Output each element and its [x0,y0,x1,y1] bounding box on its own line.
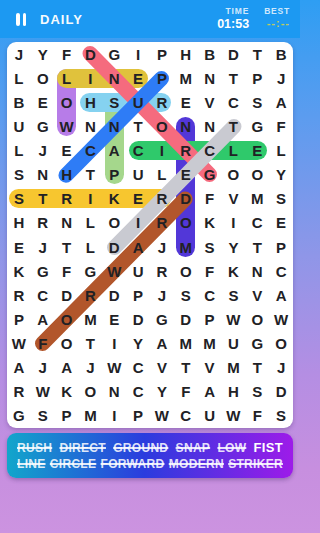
grid-cell[interactable]: J [79,356,103,380]
grid-cell[interactable]: G [31,259,55,283]
grid-cell[interactable]: G [245,114,269,138]
grid-cell[interactable]: C [245,211,269,235]
grid-cell[interactable]: E [245,139,269,163]
grid-cell[interactable]: C [79,139,103,163]
grid-cell[interactable]: P [126,283,150,307]
grid-cell[interactable]: M [174,332,198,356]
grid-cell[interactable]: T [222,114,246,138]
grid-cell[interactable]: D [269,380,293,404]
grid-cell[interactable]: M [174,235,198,259]
grid-cell[interactable]: M [79,404,103,428]
grid-cell[interactable]: J [269,66,293,90]
grid-cell[interactable]: O [269,332,293,356]
grid-cell[interactable]: P [126,404,150,428]
grid-cell[interactable]: N [245,259,269,283]
grid-cell[interactable]: I [126,42,150,66]
grid-cell[interactable]: Y [150,380,174,404]
grid-cell[interactable]: D [126,307,150,331]
grid-cell[interactable]: F [245,404,269,428]
grid-cell[interactable]: P [102,163,126,187]
grid-cell[interactable]: I [102,404,126,428]
letter-grid: JYFDGIPHBDTBLOLINEPMNTPJBEOHSUREVCSAUGWN… [7,42,293,428]
grid-cell[interactable]: M [245,187,269,211]
grid-cell[interactable]: S [7,187,31,211]
grid-cell[interactable]: W [222,404,246,428]
grid-cell[interactable]: D [102,235,126,259]
word-list-item-fist: FIST [254,440,283,455]
grid-cell[interactable]: O [55,307,79,331]
grid-cell[interactable]: J [269,356,293,380]
grid-cell[interactable]: P [150,66,174,90]
grid-cell[interactable]: T [174,356,198,380]
best-stat: BEST --:-- [264,6,290,32]
grid-cell[interactable]: W [102,259,126,283]
grid-cell[interactable]: J [31,356,55,380]
best-value: --:-- [267,17,290,31]
grid-cell[interactable]: O [55,90,79,114]
grid-cell[interactable]: S [245,380,269,404]
grid-cell[interactable]: K [7,259,31,283]
grid-cell[interactable]: D [174,307,198,331]
grid-cell[interactable]: O [245,307,269,331]
grid-cell[interactable]: A [102,139,126,163]
grid-cell[interactable]: M [174,66,198,90]
best-label: BEST [264,6,290,17]
grid-cell[interactable]: C [126,356,150,380]
grid-cell[interactable]: O [174,211,198,235]
grid-cell[interactable]: R [7,380,31,404]
grid-cell[interactable]: U [126,90,150,114]
grid-cell[interactable]: R [150,187,174,211]
grid-cell[interactable]: A [269,283,293,307]
grid-cell[interactable]: C [222,90,246,114]
grid-cell[interactable]: P [269,235,293,259]
grid-cell[interactable]: B [269,42,293,66]
word-list-item-direct: DIRECT [59,441,105,455]
grid-cell[interactable]: L [79,211,103,235]
grid-cell[interactable]: H [174,42,198,66]
grid-cell[interactable]: S [245,90,269,114]
grid-cell[interactable]: E [126,187,150,211]
grid-cell[interactable]: I [79,187,103,211]
grid-cell[interactable]: H [79,90,103,114]
grid-cell[interactable]: E [55,139,79,163]
pause-button[interactable] [14,9,28,30]
grid-cell[interactable]: F [198,187,222,211]
grid-cell[interactable]: K [198,211,222,235]
grid-cell[interactable]: I [222,211,246,235]
grid-cell[interactable]: J [150,235,174,259]
grid-cell[interactable]: F [198,259,222,283]
grid-cell[interactable]: W [269,307,293,331]
grid-cell[interactable]: N [79,114,103,138]
grid-cell[interactable]: C [198,139,222,163]
grid-cell[interactable]: B [198,42,222,66]
grid-cell[interactable]: L [7,66,31,90]
grid-cell[interactable]: E [31,90,55,114]
grid-cell[interactable]: G [198,163,222,187]
grid-cell[interactable]: L [269,139,293,163]
grid-cell[interactable]: G [245,332,269,356]
word-search-board: JYFDGIPHBDTBLOLINEPMNTPJBEOHSUREVCSAUGWN… [7,42,293,428]
grid-cell[interactable]: C [31,283,55,307]
grid-cell[interactable]: K [222,259,246,283]
grid-cell[interactable]: A [269,90,293,114]
grid-cell[interactable]: A [198,380,222,404]
grid-cell[interactable]: S [198,235,222,259]
grid-cell[interactable]: R [174,139,198,163]
grid-cell[interactable]: T [126,114,150,138]
stats-block: TIME 01:53 BEST --:-- [217,6,290,32]
word-list-item-rush: RUSH [17,441,52,455]
grid-cell[interactable]: U [126,259,150,283]
grid-cell[interactable]: O [31,66,55,90]
grid-cell[interactable]: T [245,235,269,259]
grid-cell[interactable]: A [7,356,31,380]
grid-cell[interactable]: U [222,332,246,356]
word-list-item-ground: GROUND [113,441,168,455]
grid-cell[interactable]: F [55,259,79,283]
grid-cell[interactable]: E [7,235,31,259]
grid-cell[interactable]: V [245,283,269,307]
grid-cell[interactable]: C [174,404,198,428]
grid-cell[interactable]: R [79,283,103,307]
grid-cell[interactable]: S [102,90,126,114]
grid-cell[interactable]: I [79,66,103,90]
grid-cell[interactable]: P [198,307,222,331]
word-list-panel: RUSHDIRECTGROUNDSNAPLOWFISTLINECIRCLEFOR… [7,433,293,478]
grid-cell[interactable]: N [31,163,55,187]
grid-cell[interactable]: E [126,66,150,90]
grid-cell[interactable]: C [126,139,150,163]
grid-cell[interactable]: G [31,114,55,138]
grid-cell[interactable]: O [79,380,103,404]
grid-cell[interactable]: R [150,211,174,235]
grid-cell[interactable]: O [174,259,198,283]
grid-cell[interactable]: N [198,114,222,138]
word-list-item-line: LINE [17,457,46,471]
grid-cell[interactable]: W [55,114,79,138]
grid-cell[interactable]: W [222,307,246,331]
time-stat: TIME 01:53 [217,6,249,32]
grid-cell[interactable]: F [174,380,198,404]
grid-cell[interactable]: A [150,332,174,356]
grid-cell[interactable]: U [7,114,31,138]
grid-cell[interactable]: O [102,211,126,235]
grid-cell[interactable]: N [102,380,126,404]
grid-cell[interactable]: P [150,42,174,66]
grid-cell[interactable]: D [102,283,126,307]
word-list-item-circle: CIRCLE [50,457,96,471]
grid-cell[interactable]: E [174,163,198,187]
grid-cell[interactable]: S [269,187,293,211]
word-list-row: LINECIRCLEFORWARDMODERNSTRIKER [17,457,283,471]
time-value: 01:53 [217,17,249,33]
grid-cell[interactable]: R [55,187,79,211]
word-list-item-striker: STRIKER [228,457,283,471]
grid-cell[interactable]: U [198,404,222,428]
grid-cell[interactable]: S [31,404,55,428]
grid-cell[interactable]: I [102,332,126,356]
grid-cell[interactable]: K [102,187,126,211]
time-label: TIME [226,6,250,17]
grid-cell[interactable]: O [222,163,246,187]
grid-cell[interactable]: H [55,163,79,187]
pause-icon [23,13,27,26]
grid-cell[interactable]: T [79,163,103,187]
grid-cell[interactable]: C [126,380,150,404]
grid-cell[interactable]: J [7,42,31,66]
word-list-row: RUSHDIRECTGROUNDSNAPLOWFIST [17,440,283,455]
top-bar: DAILY TIME 01:53 BEST --:-- [0,0,300,38]
grid-cell[interactable]: N [174,114,198,138]
grid-cell[interactable]: V [150,356,174,380]
grid-cell[interactable]: N [198,66,222,90]
grid-cell[interactable]: I [126,211,150,235]
grid-cell[interactable]: K [55,380,79,404]
grid-cell[interactable]: N [55,211,79,235]
grid-cell[interactable]: P [245,66,269,90]
grid-cell[interactable]: T [31,187,55,211]
grid-cell[interactable]: O [150,114,174,138]
grid-cell[interactable]: T [55,235,79,259]
grid-cell[interactable]: P [55,404,79,428]
grid-cell[interactable]: O [245,163,269,187]
grid-cell[interactable]: C [269,259,293,283]
grid-cell[interactable]: G [150,307,174,331]
grid-cell[interactable]: U [126,163,150,187]
grid-cell[interactable]: T [79,332,103,356]
grid-cell[interactable]: R [150,259,174,283]
grid-cell[interactable]: O [55,332,79,356]
grid-cell[interactable]: J [31,235,55,259]
grid-cell[interactable]: D [174,187,198,211]
page-title: DAILY [40,12,83,27]
grid-cell[interactable]: N [102,66,126,90]
grid-cell[interactable]: F [269,114,293,138]
grid-cell[interactable]: L [7,139,31,163]
grid-cell[interactable]: E [269,211,293,235]
grid-cell[interactable]: E [102,307,126,331]
grid-cell[interactable]: V [198,90,222,114]
grid-cell[interactable]: L [55,66,79,90]
grid-cell[interactable]: S [269,404,293,428]
grid-cell[interactable]: T [245,42,269,66]
grid-cell[interactable]: L [79,235,103,259]
word-list-item-modern: MODERN [169,457,224,471]
grid-cell[interactable]: S [7,163,31,187]
grid-cell[interactable]: H [222,380,246,404]
grid-cell[interactable]: W [102,356,126,380]
grid-cell[interactable]: H [7,211,31,235]
grid-cell[interactable]: A [55,356,79,380]
grid-cell[interactable]: R [7,283,31,307]
grid-cell[interactable]: P [7,307,31,331]
grid-cell[interactable]: J [31,139,55,163]
grid-cell[interactable]: T [245,356,269,380]
grid-cell[interactable]: M [222,356,246,380]
grid-cell[interactable]: Y [31,42,55,66]
grid-cell[interactable]: D [55,283,79,307]
grid-cell[interactable]: G [79,259,103,283]
grid-cell[interactable]: S [174,283,198,307]
grid-cell[interactable]: W [31,380,55,404]
grid-cell[interactable]: N [102,114,126,138]
grid-cell[interactable]: L [222,139,246,163]
grid-cell[interactable]: F [31,332,55,356]
word-list-item-low: LOW [217,441,246,455]
grid-cell[interactable]: S [222,283,246,307]
grid-cell[interactable]: R [150,90,174,114]
grid-cell[interactable]: M [198,332,222,356]
grid-cell[interactable]: G [102,42,126,66]
grid-cell[interactable]: T [222,66,246,90]
grid-cell[interactable]: W [7,332,31,356]
grid-cell[interactable]: D [222,42,246,66]
grid-cell[interactable]: V [222,187,246,211]
grid-cell[interactable]: B [7,90,31,114]
grid-cell[interactable]: E [174,90,198,114]
grid-cell[interactable]: A [126,235,150,259]
grid-cell[interactable]: R [31,211,55,235]
word-list-item-snap: SNAP [176,441,211,455]
grid-cell[interactable]: D [79,42,103,66]
grid-cell[interactable]: G [7,404,31,428]
pause-icon [16,13,20,26]
grid-cell[interactable]: A [31,307,55,331]
grid-cell[interactable]: M [79,307,103,331]
grid-cell[interactable]: Y [269,163,293,187]
grid-cell[interactable]: I [150,139,174,163]
grid-cell[interactable]: Y [126,332,150,356]
grid-cell[interactable]: C [198,283,222,307]
grid-cell[interactable]: J [150,283,174,307]
grid-cell[interactable]: F [55,42,79,66]
grid-cell[interactable]: Y [222,235,246,259]
grid-cell[interactable]: V [198,356,222,380]
word-list-item-forward: FORWARD [101,457,165,471]
grid-cell[interactable]: L [150,163,174,187]
grid-cell[interactable]: W [150,404,174,428]
